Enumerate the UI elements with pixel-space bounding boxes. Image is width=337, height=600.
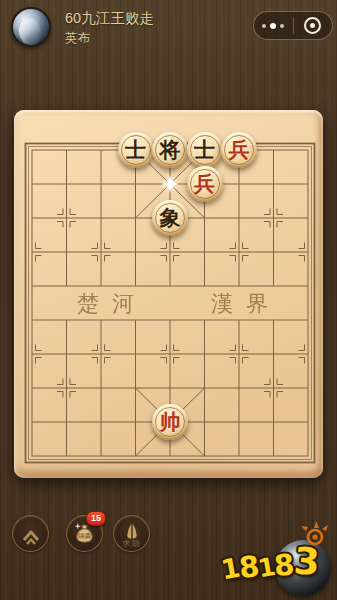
help-button[interactable]: 求助	[113, 515, 150, 552]
avatar	[11, 7, 51, 47]
logo-text: 18183	[220, 539, 319, 587]
logo-18183: 18183	[221, 518, 335, 596]
puzzle-title: 60九江王败走	[65, 9, 154, 28]
logo-digit: 3	[292, 539, 320, 584]
hint-bag-button[interactable]: 锦囊 15	[66, 515, 103, 552]
hint-count-badge: 15	[86, 511, 106, 526]
avatar-art	[15, 16, 46, 47]
piece-red-soldier[interactable]: 兵	[221, 132, 257, 168]
piece-glyph: 士	[125, 139, 146, 160]
more-icon	[270, 23, 276, 29]
piece-red-general[interactable]: 帅	[152, 404, 188, 440]
piece-glyph: 将	[160, 139, 181, 160]
piece-red-soldier[interactable]: 兵	[187, 166, 223, 202]
piece-glyph: 帅	[160, 411, 181, 432]
more-icon	[280, 24, 284, 28]
highlight-sparkle	[160, 174, 180, 194]
double-chevron-up-icon	[18, 521, 44, 547]
bottom-bar: 锦囊 15 求助 18183	[0, 505, 337, 600]
piece-black-elephant[interactable]: 象	[152, 200, 188, 236]
piece-glyph: 象	[160, 207, 181, 228]
piece-black-general[interactable]: 将	[152, 132, 188, 168]
hint-bag-label: 锦囊	[77, 532, 92, 539]
title-block: 60九江王败走 英布	[65, 9, 154, 47]
more-icon	[262, 24, 266, 28]
help-label: 求助	[114, 538, 149, 549]
xiangqi-app: 60九江王败走 英布 楚河漢界 士将士兵兵象帅	[0, 0, 337, 600]
close-icon-dot	[310, 23, 315, 28]
puzzle-subtitle: 英布	[65, 30, 154, 47]
piece-black-advisor[interactable]: 士	[118, 132, 154, 168]
piece-glyph: 士	[194, 139, 215, 160]
top-bar: 60九江王败走 英布	[0, 0, 337, 56]
menu-button[interactable]	[12, 515, 49, 552]
wechat-capsule	[253, 11, 333, 40]
piece-black-advisor[interactable]: 士	[187, 132, 223, 168]
piece-glyph: 兵	[194, 173, 215, 194]
close-icon	[304, 17, 321, 34]
more-button[interactable]	[254, 12, 293, 39]
pieces-layer: 士将士兵兵象帅	[14, 110, 323, 478]
close-button[interactable]	[294, 12, 333, 39]
piece-glyph: 兵	[229, 139, 250, 160]
xiangqi-board[interactable]: 楚河漢界 士将士兵兵象帅	[14, 110, 323, 478]
